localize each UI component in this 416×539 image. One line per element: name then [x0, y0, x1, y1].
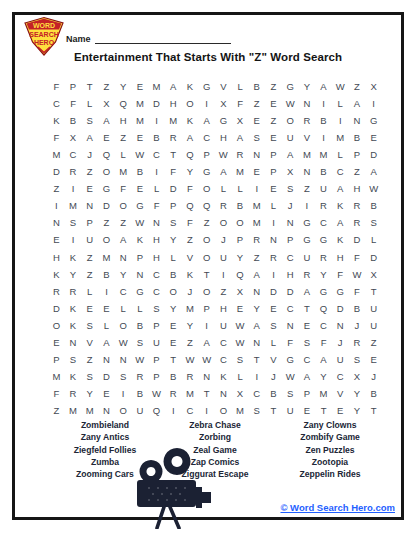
grid-cell: L [265, 334, 282, 351]
grid-cell: P [198, 300, 215, 317]
grid-cell: I [198, 95, 215, 112]
grid-cell: K [65, 317, 82, 334]
grid-cell: S [349, 351, 366, 368]
grid-cell: I [315, 129, 332, 146]
grid-cell: P [232, 231, 249, 248]
grid-cell: O [215, 214, 232, 231]
grid-cell: E [299, 402, 316, 419]
grid-cell: B [349, 300, 366, 317]
grid-cell: V [81, 334, 98, 351]
grid-cell: I [248, 180, 265, 197]
grid-cell: J [282, 197, 299, 214]
grid-cell: Z [215, 283, 232, 300]
grid-cell: F [115, 180, 132, 197]
grid-cell: Y [81, 385, 98, 402]
grid-cell: N [248, 146, 265, 163]
grid-cell: E [365, 351, 382, 368]
grid-cell: W [132, 214, 149, 231]
grid-cell: S [282, 180, 299, 197]
grid-cell: C [248, 385, 265, 402]
grid-cell: N [299, 95, 316, 112]
grid-cell: Z [365, 334, 382, 351]
grid-cell: E [132, 78, 149, 95]
grid-cell: R [165, 385, 182, 402]
grid-cell: A [232, 129, 249, 146]
grid-cell: E [232, 300, 249, 317]
grid-cell: O [215, 402, 232, 419]
grid-cell: M [299, 146, 316, 163]
word-item: Zany Clowns [255, 419, 405, 431]
grid-cell: A [215, 163, 232, 180]
grid-cell: B [265, 385, 282, 402]
grid-cell: R [232, 146, 249, 163]
grid-cell: X [349, 368, 366, 385]
grid-cell: C [332, 163, 349, 180]
grid-cell: O [198, 180, 215, 197]
letter-grid: FPTZYEMAKGVLBZGYAWZXCFLXQMDHOIXFZEWNILAI… [48, 78, 382, 419]
word-item: Zeppelin Rides [255, 468, 405, 480]
grid-cell: I [48, 197, 65, 214]
grid-cell: K [182, 266, 199, 283]
grid-cell: O [115, 317, 132, 334]
grid-cell: E [265, 129, 282, 146]
grid-cell: E [98, 385, 115, 402]
grid-cell: G [332, 283, 349, 300]
grid-cell: W [332, 78, 349, 95]
grid-cell: J [349, 317, 366, 334]
grid-cell: E [132, 180, 149, 197]
grid-cell: L [132, 300, 149, 317]
grid-cell: X [365, 266, 382, 283]
grid-cell: X [98, 95, 115, 112]
grid-cell: A [315, 78, 332, 95]
grid-cell: A [198, 334, 215, 351]
grid-cell: M [148, 78, 165, 95]
grid-cell: Q [115, 95, 132, 112]
grid-cell: Z [48, 402, 65, 419]
grid-cell: Q [98, 146, 115, 163]
grid-cell: R [349, 197, 366, 214]
grid-cell: Y [182, 317, 199, 334]
grid-cell: V [215, 78, 232, 95]
grid-cell: O [98, 231, 115, 248]
grid-cell: E [81, 180, 98, 197]
grid-cell: Z [115, 214, 132, 231]
grid-cell: W [182, 351, 199, 368]
grid-cell: A [365, 163, 382, 180]
grid-cell: G [282, 78, 299, 95]
grid-cell: N [132, 266, 149, 283]
page-title: Entertainment That Starts With "Z" Word … [15, 51, 401, 63]
grid-cell: I [65, 231, 82, 248]
grid-cell: R [349, 214, 366, 231]
grid-cell: L [115, 146, 132, 163]
grid-cell: H [215, 129, 232, 146]
grid-cell: I [265, 266, 282, 283]
grid-cell: Q [198, 197, 215, 214]
grid-cell: W [232, 317, 249, 334]
grid-cell: X [232, 385, 249, 402]
grid-cell: L [332, 146, 349, 163]
grid-cell: R [265, 248, 282, 265]
grid-cell: O [182, 95, 199, 112]
grid-cell: A [248, 317, 265, 334]
grid-cell: I [65, 180, 82, 197]
grid-cell: J [365, 368, 382, 385]
grid-cell: C [115, 283, 132, 300]
grid-cell: M [48, 368, 65, 385]
grid-cell: S [248, 402, 265, 419]
grid-cell: T [198, 266, 215, 283]
grid-cell: U [282, 402, 299, 419]
grid-cell: D [365, 146, 382, 163]
grid-cell: Z [81, 248, 98, 265]
grid-cell: M [115, 163, 132, 180]
grid-cell: A [248, 266, 265, 283]
grid-cell: K [65, 248, 82, 265]
grid-cell: F [165, 163, 182, 180]
grid-cell: L [81, 95, 98, 112]
grid-cell: Y [232, 248, 249, 265]
grid-cell: E [98, 129, 115, 146]
grid-cell: V [332, 385, 349, 402]
grid-cell: Y [315, 266, 332, 283]
grid-cell: N [98, 402, 115, 419]
grid-cell: N [332, 317, 349, 334]
grid-cell: L [215, 180, 232, 197]
grid-cell: R [349, 334, 366, 351]
grid-cell: K [182, 78, 199, 95]
grid-cell: X [282, 163, 299, 180]
grid-cell: R [215, 197, 232, 214]
grid-cell: G [315, 283, 332, 300]
grid-cell: N [115, 248, 132, 265]
grid-cell: S [299, 334, 316, 351]
grid-cell: U [365, 317, 382, 334]
grid-cell: R [48, 283, 65, 300]
grid-cell: E [48, 231, 65, 248]
grid-cell: Z [349, 78, 366, 95]
grid-cell: E [332, 402, 349, 419]
grid-cell: F [182, 214, 199, 231]
grid-cell: I [248, 368, 265, 385]
grid-cell: A [282, 146, 299, 163]
grid-cell: B [365, 385, 382, 402]
grid-cell: C [148, 266, 165, 283]
grid-cell: U [81, 231, 98, 248]
grid-cell: E [265, 180, 282, 197]
grid-cell: C [65, 146, 82, 163]
grid-cell: B [165, 266, 182, 283]
grid-cell: W [198, 351, 215, 368]
grid-cell: R [315, 248, 332, 265]
grid-cell: S [365, 214, 382, 231]
grid-cell: H [48, 248, 65, 265]
grid-cell: C [48, 95, 65, 112]
grid-cell: L [265, 197, 282, 214]
grid-cell: B [65, 112, 82, 129]
grid-cell: Y [315, 368, 332, 385]
grid-cell: U [132, 402, 149, 419]
grid-cell: Y [299, 78, 316, 95]
grid-cell: Q [182, 146, 199, 163]
grid-cell: O [115, 402, 132, 419]
grid-cell: G [299, 231, 316, 248]
grid-cell: F [349, 283, 366, 300]
grid-cell: W [132, 146, 149, 163]
grid-cell: I [215, 266, 232, 283]
grid-cell: C [282, 300, 299, 317]
grid-cell: D [165, 180, 182, 197]
grid-cell: D [349, 231, 366, 248]
grid-cell: R [315, 197, 332, 214]
grid-cell: G [365, 112, 382, 129]
grid-cell: U [315, 180, 332, 197]
grid-cell: I [165, 402, 182, 419]
grid-cell: N [65, 334, 82, 351]
grid-cell: O [48, 317, 65, 334]
logo-search-text: SEARCH [29, 31, 59, 38]
grid-cell: O [232, 214, 249, 231]
grid-cell: Z [81, 351, 98, 368]
grid-cell: J [81, 146, 98, 163]
grid-cell: D [332, 300, 349, 317]
grid-cell: B [148, 129, 165, 146]
grid-cell: E [81, 300, 98, 317]
grid-cell: L [115, 300, 132, 317]
grid-cell: P [148, 351, 165, 368]
grid-cell: M [98, 248, 115, 265]
grid-cell: S [148, 300, 165, 317]
grid-cell: T [365, 402, 382, 419]
grid-cell: X [365, 78, 382, 95]
grid-cell: P [165, 197, 182, 214]
grid-cell: J [215, 231, 232, 248]
grid-cell: N [198, 368, 215, 385]
grid-cell: S [265, 317, 282, 334]
grid-cell: S [81, 112, 98, 129]
grid-cell: I [198, 402, 215, 419]
grid-cell: P [265, 146, 282, 163]
grid-cell: M [132, 112, 149, 129]
credit-link[interactable]: © Word Search Hero.com [280, 502, 395, 513]
grid-cell: X [65, 129, 82, 146]
grid-cell: R [65, 163, 82, 180]
word-item: Zootopia [255, 456, 405, 468]
grid-cell: I [265, 214, 282, 231]
grid-cell: M [315, 385, 332, 402]
grid-cell: I [148, 163, 165, 180]
grid-cell: E [98, 300, 115, 317]
grid-cell: B [98, 266, 115, 283]
grid-cell: I [299, 197, 316, 214]
grid-cell: Q [315, 300, 332, 317]
grid-cell: P [81, 214, 98, 231]
grid-cell: Z [248, 248, 265, 265]
grid-cell: B [132, 317, 149, 334]
grid-cell: G [215, 112, 232, 129]
grid-cell: Z [98, 78, 115, 95]
grid-cell: N [248, 283, 265, 300]
grid-cell: F [282, 334, 299, 351]
grid-cell: M [65, 197, 82, 214]
grid-cell: T [315, 402, 332, 419]
grid-cell: P [148, 368, 165, 385]
grid-cell: M [232, 402, 249, 419]
grid-cell: K [332, 231, 349, 248]
grid-cell: D [48, 163, 65, 180]
grid-cell: A [315, 351, 332, 368]
grid-cell: A [98, 112, 115, 129]
grid-cell: Y [65, 266, 82, 283]
grid-cell: L [98, 317, 115, 334]
grid-cell: R [132, 368, 149, 385]
grid-cell: Z [98, 214, 115, 231]
grid-cell: C [315, 317, 332, 334]
grid-cell: D [48, 300, 65, 317]
grid-cell: Z [299, 180, 316, 197]
grid-cell: A [81, 129, 98, 146]
word-search-hero-logo: WORD SEARCH HERO [23, 16, 65, 56]
grid-cell: R [299, 266, 316, 283]
grid-cell: T [165, 351, 182, 368]
grid-cell: S [282, 385, 299, 402]
grid-cell: S [65, 214, 82, 231]
grid-cell: G [198, 163, 215, 180]
grid-cell: E [165, 317, 182, 334]
grid-cell: E [265, 95, 282, 112]
grid-cell: Z [182, 231, 199, 248]
grid-cell: B [349, 129, 366, 146]
logo-hero-text: HERO [34, 39, 55, 46]
grid-cell: C [148, 146, 165, 163]
grid-cell: P [65, 78, 82, 95]
grid-cell: Y [349, 402, 366, 419]
grid-cell: V [265, 351, 282, 368]
grid-cell: S [232, 351, 249, 368]
grid-cell: P [349, 146, 366, 163]
grid-cell: E [248, 112, 265, 129]
grid-cell: G [132, 283, 149, 300]
grid-cell: I [332, 112, 349, 129]
grid-cell: I [315, 95, 332, 112]
grid-cell: I [98, 283, 115, 300]
grid-cell: O [198, 231, 215, 248]
grid-cell: G [132, 197, 149, 214]
name-label: Name [66, 34, 91, 44]
grid-cell: M [332, 129, 349, 146]
grid-cell: P [299, 385, 316, 402]
grid-cell: B [132, 385, 149, 402]
grid-cell: N [282, 214, 299, 231]
grid-cell: H [215, 300, 232, 317]
grid-cell: D [148, 95, 165, 112]
grid-cell: H [148, 248, 165, 265]
grid-cell: C [215, 334, 232, 351]
grid-cell: O [115, 197, 132, 214]
grid-cell: A [115, 231, 132, 248]
grid-cell: Z [81, 266, 98, 283]
grid-cell: W [115, 334, 132, 351]
grid-cell: N [115, 351, 132, 368]
grid-cell: L [165, 248, 182, 265]
grid-cell: U [215, 248, 232, 265]
grid-cell: O [198, 283, 215, 300]
grid-cell: B [315, 112, 332, 129]
grid-cell: A [299, 368, 316, 385]
grid-cell: R [248, 231, 265, 248]
grid-cell: A [299, 283, 316, 300]
grid-cell: S [165, 214, 182, 231]
movie-camera-icon [127, 447, 221, 529]
logo-word-text: WORD [33, 22, 55, 29]
grid-cell: E [265, 300, 282, 317]
grid-cell: W [232, 334, 249, 351]
grid-cell: P [265, 163, 282, 180]
grid-cell: W [365, 180, 382, 197]
grid-cell: N [48, 214, 65, 231]
grid-cell: H [115, 112, 132, 129]
grid-cell: J [265, 368, 282, 385]
grid-cell: U [332, 351, 349, 368]
grid-cell: A [332, 180, 349, 197]
grid-cell: R [165, 129, 182, 146]
grid-cell: P [132, 248, 149, 265]
grid-cell: G [198, 78, 215, 95]
grid-cell: F [148, 197, 165, 214]
grid-cell: B [165, 368, 182, 385]
grid-cell: S [81, 317, 98, 334]
grid-cell: F [349, 248, 366, 265]
grid-cell: A [165, 78, 182, 95]
grid-cell: M [248, 197, 265, 214]
grid-cell: L [232, 180, 249, 197]
grid-cell: S [132, 334, 149, 351]
grid-cell: Z [81, 163, 98, 180]
grid-cell: H [148, 231, 165, 248]
grid-cell: Y [248, 300, 265, 317]
grid-cell: T [198, 385, 215, 402]
grid-cell: L [232, 368, 249, 385]
grid-cell: R [65, 385, 82, 402]
worksheet-page: WORD SEARCH HERO Name Entertainment That… [12, 12, 404, 520]
grid-cell: M [232, 163, 249, 180]
grid-cell: F [48, 385, 65, 402]
grid-cell: Y [115, 78, 132, 95]
grid-cell: Y [349, 385, 366, 402]
name-blank-line[interactable] [95, 33, 231, 44]
grid-cell: Z [265, 78, 282, 95]
grid-cell: W [132, 351, 149, 368]
grid-cell: Z [115, 129, 132, 146]
grid-cell: G [98, 180, 115, 197]
grid-cell: Y [115, 266, 132, 283]
grid-cell: U [299, 248, 316, 265]
grid-cell: W [215, 146, 232, 163]
grid-cell: L [365, 231, 382, 248]
grid-cell: K [65, 368, 82, 385]
grid-cell: M [48, 146, 65, 163]
grid-cell: P [148, 317, 165, 334]
grid-cell: D [365, 248, 382, 265]
grid-cell: T [299, 300, 316, 317]
grid-cell: S [115, 368, 132, 385]
grid-cell: C [282, 248, 299, 265]
grid-cell: B [232, 197, 249, 214]
grid-cell: B [365, 197, 382, 214]
grid-cell: A [332, 214, 349, 231]
grid-cell: E [132, 129, 149, 146]
